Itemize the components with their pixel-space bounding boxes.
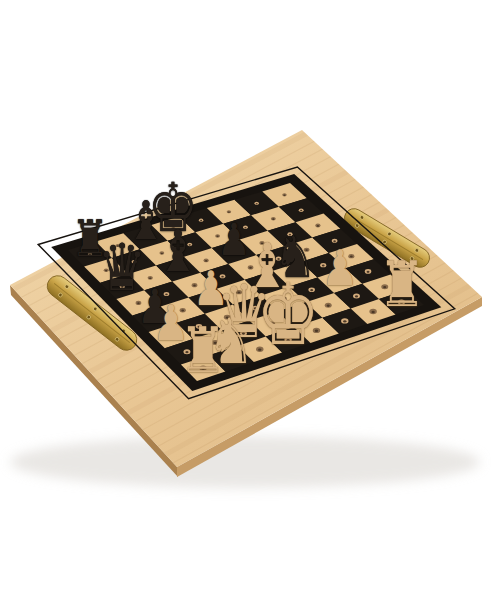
piece-white-pawn[interactable]: ♟ [321,243,358,292]
pieces-layer: ♜♝♚♛♝♟♟♞♟♝♟♟♛♜♞♚♜ [0,0,500,600]
piece-white-rook[interactable]: ♜ [378,254,425,317]
piece-white-king[interactable]: ♚ [256,272,320,357]
piece-white-knight[interactable]: ♞ [208,310,255,373]
product-photo-chess-set: ♜♝♚♛♝♟♟♞♟♝♟♟♛♜♞♚♜ [0,0,500,600]
